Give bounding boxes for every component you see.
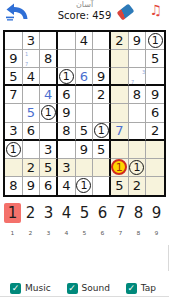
cell-r5c7[interactable] <box>111 104 129 122</box>
cell-r7c5[interactable]: 9 <box>76 141 94 159</box>
cell-r8c1[interactable] <box>5 159 23 177</box>
given-digit: 9 <box>27 179 35 192</box>
numpad-count-4: 4 <box>60 230 73 237</box>
cell-r7c2[interactable] <box>23 141 41 159</box>
given-digit: 5 <box>9 70 17 83</box>
numpad: 123456789 <box>4 202 165 223</box>
cell-r2c6[interactable] <box>93 50 111 68</box>
user-digit: 4 <box>44 88 52 101</box>
given-digit: 9 <box>97 70 105 83</box>
given-digit: 9 <box>151 88 159 101</box>
cell-r9c2[interactable]: 9 <box>23 177 41 195</box>
numpad-button-6[interactable]: 6 <box>94 203 111 223</box>
cell-r9c3[interactable]: 6 <box>40 177 58 195</box>
cell-r5c4[interactable]: 9 <box>58 104 76 122</box>
pencil-mark: 7 <box>25 62 28 67</box>
cell-r7c4[interactable] <box>58 141 76 159</box>
given-digit: 3 <box>9 124 17 137</box>
cell-r8c8[interactable]: 1 <box>129 159 147 177</box>
cell-r7c7[interactable] <box>111 141 129 159</box>
cell-r6c7[interactable]: 7 <box>111 123 129 141</box>
cell-r4c3[interactable]: 4 <box>40 86 58 104</box>
given-digit: 9 <box>80 143 88 156</box>
numpad-count-9: 9 <box>150 230 163 237</box>
cell-r9c1[interactable]: 8 <box>5 177 23 195</box>
given-digit: 5 <box>80 124 88 137</box>
highlight-circle: 1 <box>41 105 56 120</box>
numpad-count-8: 8 <box>132 230 145 237</box>
cell-r5c8[interactable] <box>129 104 147 122</box>
highlight-circle: 1 <box>59 69 74 84</box>
cell-r5c9[interactable]: 6 <box>146 104 164 122</box>
highlight-circle: 1 <box>94 123 109 138</box>
highlight-circle: 1 <box>76 178 91 193</box>
cell-r8c5[interactable] <box>76 159 94 177</box>
numpad-count-1: 1 <box>6 230 19 237</box>
cell-r4c5[interactable] <box>76 86 94 104</box>
cell-r6c4[interactable]: 8 <box>58 123 76 141</box>
cell-r9c7[interactable]: 5 <box>111 177 129 195</box>
given-digit: 3 <box>62 161 70 174</box>
bottom-divider <box>0 296 169 297</box>
cell-r4c9[interactable]: 9 <box>146 86 164 104</box>
setting-label: Sound <box>82 283 110 293</box>
given-digit: 2 <box>133 179 141 192</box>
cell-r2c8[interactable] <box>129 50 147 68</box>
cell-r1c9[interactable]: 1 <box>146 32 164 50</box>
cell-r3c5[interactable]: 6 <box>76 68 94 86</box>
cell-r6c3[interactable] <box>40 123 58 141</box>
given-digit: 2 <box>151 124 159 137</box>
user-digit: 7 <box>115 124 123 137</box>
circled-digit: 1 <box>63 71 70 82</box>
cell-r2c2[interactable]: 17 <box>23 50 41 68</box>
cell-r6c1[interactable]: 3 <box>5 123 23 141</box>
given-digit: 8 <box>62 124 70 137</box>
pencil-mark: 1 <box>25 52 28 57</box>
numpad-button-2[interactable]: 2 <box>22 203 39 223</box>
cell-r9c9[interactable] <box>146 177 164 195</box>
cell-r3c7[interactable] <box>111 68 129 86</box>
given-digit: 9 <box>62 106 70 119</box>
cell-r7c8[interactable] <box>129 141 147 159</box>
cell-r7c9[interactable] <box>146 141 164 159</box>
given-digit: 6 <box>44 179 52 192</box>
cell-r6c5[interactable]: 5 <box>76 123 94 141</box>
score-label: Score: 459 <box>0 10 169 22</box>
circled-digit: 1 <box>152 35 159 46</box>
setting-music[interactable]: ✓Music <box>10 283 51 294</box>
cell-r5c5[interactable] <box>76 104 94 122</box>
cell-r4c4[interactable]: 6 <box>58 86 76 104</box>
given-digit: 2 <box>27 161 35 174</box>
cell-r9c8[interactable]: 2 <box>129 177 147 195</box>
cell-r9c4[interactable]: 4 <box>58 177 76 195</box>
cell-r1c4[interactable] <box>58 32 76 50</box>
cell-r1c7[interactable]: 2 <box>111 32 129 50</box>
cell-r8c9[interactable] <box>146 159 164 177</box>
setting-tap[interactable]: ✓Tap <box>126 283 156 294</box>
highlight-circle: 1 <box>148 33 163 48</box>
cell-r5c3[interactable]: 1 <box>40 104 58 122</box>
cell-r1c2[interactable]: 3 <box>23 32 41 50</box>
given-digit: 8 <box>44 52 52 65</box>
given-digit: 6 <box>62 88 70 101</box>
cell-r4c2[interactable] <box>23 86 41 104</box>
numpad-button-4[interactable]: 4 <box>58 203 75 223</box>
given-digit: 5 <box>151 52 159 65</box>
cell-r6c6[interactable]: 1 <box>93 123 111 141</box>
cell-r3c2[interactable]: 4 <box>23 68 41 86</box>
given-digit: 6 <box>27 124 35 137</box>
cell-r1c6[interactable] <box>93 32 111 50</box>
difficulty-title: آسان <box>0 0 169 10</box>
given-digit: 9 <box>9 52 17 65</box>
right-edge-divider <box>168 245 169 271</box>
cell-r3c8[interactable]: 37 <box>129 68 147 86</box>
checkbox-icon: ✓ <box>10 283 21 294</box>
cell-r1c5[interactable]: 4 <box>76 32 94 50</box>
selected-cell-circle: 1 <box>111 159 127 175</box>
user-digit: 5 <box>27 106 35 119</box>
cell-r7c6[interactable]: 5 <box>93 141 111 159</box>
cell-r3c4[interactable]: 1 <box>58 68 76 86</box>
cell-r8c2[interactable]: 2 <box>23 159 41 177</box>
numpad-count-5: 5 <box>78 230 91 237</box>
cell-r8c7[interactable]: 1 <box>111 159 129 177</box>
numpad-button-9[interactable]: 9 <box>148 203 165 223</box>
given-digit: 5 <box>44 161 52 174</box>
setting-label: Music <box>25 283 51 293</box>
numpad-count-6: 6 <box>96 230 109 237</box>
numpad-count-3: 3 <box>42 230 55 237</box>
cell-r9c5[interactable]: 1 <box>76 177 94 195</box>
cell-r5c6[interactable] <box>93 104 111 122</box>
circled-digit: 1 <box>133 162 140 173</box>
given-digit: 4 <box>80 34 88 47</box>
numpad-count-2: 2 <box>24 230 37 237</box>
given-digit: 8 <box>9 179 17 192</box>
cell-r7c3[interactable]: 3 <box>40 141 58 159</box>
header: آسان Score: 459 ♫ <box>0 0 169 29</box>
cell-r8c6[interactable] <box>93 159 111 177</box>
numpad-button-3[interactable]: 3 <box>40 203 57 223</box>
setting-label: Tap <box>141 283 156 293</box>
given-digit: 5 <box>97 143 105 156</box>
checkbox-icon: ✓ <box>126 283 137 294</box>
given-digit: 2 <box>115 34 123 47</box>
cell-r2c7[interactable] <box>111 50 129 68</box>
numpad-counts: 123456789 <box>4 227 165 239</box>
given-digit: 4 <box>62 179 70 192</box>
cell-r2c1[interactable]: 9 <box>5 50 23 68</box>
cell-r3c1[interactable]: 5 <box>5 68 23 86</box>
cell-r2c4[interactable] <box>58 50 76 68</box>
settings-bar: ✓Music✓Sound✓Tap <box>10 281 156 295</box>
checkbox-icon: ✓ <box>67 283 78 294</box>
user-digit: 6 <box>80 70 88 83</box>
highlight-circle: 1 <box>129 160 144 175</box>
cell-r3c6[interactable]: 9 <box>93 68 111 86</box>
circled-digit: 1 <box>45 107 52 118</box>
cell-r6c9[interactable]: 2 <box>146 123 164 141</box>
given-digit: 3 <box>44 143 52 156</box>
cell-r5c2[interactable]: 5 <box>23 104 41 122</box>
given-digit: 5 <box>115 179 123 192</box>
cell-r8c4[interactable]: 3 <box>58 159 76 177</box>
cell-r9c6[interactable] <box>93 177 111 195</box>
sudoku-board: 3429191785541693774628951963685172139525… <box>3 30 166 197</box>
pencil-mark: 3 <box>142 70 145 75</box>
cell-r6c8[interactable] <box>129 123 147 141</box>
given-digit: 7 <box>9 88 17 101</box>
circled-digit: 1 <box>10 144 17 155</box>
music-note-button[interactable]: ♫ <box>149 2 162 18</box>
cell-r4c7[interactable] <box>111 86 129 104</box>
given-digit: 2 <box>97 88 105 101</box>
cell-r8c3[interactable]: 5 <box>40 159 58 177</box>
cell-r2c5[interactable] <box>76 50 94 68</box>
cell-r6c2[interactable]: 6 <box>23 123 41 141</box>
given-digit: 3 <box>27 34 35 47</box>
given-digit: 9 <box>133 34 141 47</box>
cell-r1c3[interactable] <box>40 32 58 50</box>
numpad-button-1[interactable]: 1 <box>4 203 21 223</box>
numpad-count-7: 7 <box>114 230 127 237</box>
setting-sound[interactable]: ✓Sound <box>67 283 110 294</box>
pencil-mark: 7 <box>131 80 134 85</box>
title-box: آسان Score: 459 <box>0 0 169 22</box>
circled-digit: 1 <box>116 162 123 173</box>
numpad-button-5[interactable]: 5 <box>76 203 93 223</box>
cell-r4c6[interactable]: 2 <box>93 86 111 104</box>
given-digit: 4 <box>27 70 35 83</box>
given-digit: 8 <box>133 88 141 101</box>
cell-r1c1[interactable] <box>5 32 23 50</box>
eraser-button[interactable] <box>118 7 136 21</box>
cell-r3c9[interactable] <box>146 68 164 86</box>
cell-r5c1[interactable] <box>5 104 23 122</box>
numpad-button-7[interactable]: 7 <box>112 203 129 223</box>
numpad-button-8[interactable]: 8 <box>130 203 147 223</box>
highlight-circle: 1 <box>6 142 21 157</box>
cell-r7c1[interactable]: 1 <box>5 141 23 159</box>
cell-r3c3[interactable] <box>40 68 58 86</box>
circled-digit: 1 <box>98 125 105 136</box>
given-digit: 6 <box>151 106 159 119</box>
cell-r2c9[interactable]: 5 <box>146 50 164 68</box>
circled-digit: 1 <box>80 180 87 191</box>
cell-r1c8[interactable]: 9 <box>129 32 147 50</box>
cell-r4c8[interactable]: 8 <box>129 86 147 104</box>
cell-r2c3[interactable]: 8 <box>40 50 58 68</box>
cell-r4c1[interactable]: 7 <box>5 86 23 104</box>
